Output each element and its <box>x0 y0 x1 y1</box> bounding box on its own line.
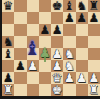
board-square-c3[interactable]: ♟ <box>27 60 39 72</box>
board-square-a8[interactable]: ♛ <box>2 0 14 12</box>
board-square-h7[interactable]: ♟ <box>88 12 100 24</box>
board-square-d2[interactable] <box>39 72 51 84</box>
board-square-f1[interactable] <box>63 84 75 96</box>
white-rook-a1[interactable]: ♜ <box>2 84 14 96</box>
board-square-c1[interactable] <box>27 84 39 96</box>
board-square-b8[interactable] <box>14 0 26 12</box>
board-square-g5[interactable] <box>76 36 88 48</box>
black-pawn-f7[interactable]: ♟ <box>63 12 75 24</box>
chess-board[interactable]: ♛♚♝♞♜♟♟♟♟♟♞♝♝♟♟♞♟♟♟♞♟♛♟♟♟♜♚♜ <box>2 0 100 96</box>
black-pawn-e6[interactable]: ♟ <box>51 24 63 36</box>
board-square-h4[interactable] <box>88 48 100 60</box>
black-pawn-g7[interactable]: ♟ <box>76 12 88 24</box>
board-square-c6[interactable] <box>27 24 39 36</box>
white-king-e1[interactable]: ♚ <box>51 84 63 96</box>
board-square-g7[interactable]: ♟ <box>76 12 88 24</box>
board-square-e8[interactable]: ♚ <box>51 0 63 12</box>
white-pawn-g2[interactable]: ♟ <box>76 72 88 84</box>
white-pawn-f2[interactable]: ♟ <box>63 72 75 84</box>
white-rook-h1[interactable]: ♜ <box>88 84 100 96</box>
app-frame: ♛♚♝♞♜♟♟♟♟♟♞♝♝♟♟♞♟♟♟♞♟♛♟♟♟♜♚♜ <box>0 0 100 99</box>
board-square-b3[interactable]: ♟ <box>14 60 26 72</box>
board-square-c7[interactable] <box>27 12 39 24</box>
board-square-b1[interactable] <box>14 84 26 96</box>
board-square-a1[interactable]: ♜ <box>2 84 14 96</box>
black-queen-a8[interactable]: ♛ <box>2 0 14 12</box>
board-square-b2[interactable] <box>14 72 26 84</box>
board-square-d8[interactable] <box>39 0 51 12</box>
board-square-f7[interactable]: ♟ <box>63 12 75 24</box>
board-square-g4[interactable] <box>76 48 88 60</box>
board-square-a4[interactable]: ♝ <box>2 48 14 60</box>
board-square-d6[interactable]: ♟ <box>39 24 51 36</box>
board-square-h1[interactable]: ♜ <box>88 84 100 96</box>
board-square-c4[interactable]: ♝ <box>27 48 39 60</box>
board-square-d1[interactable] <box>39 84 51 96</box>
black-king-e8[interactable]: ♚ <box>51 0 63 12</box>
board-square-c8[interactable] <box>27 0 39 12</box>
black-pawn-d6[interactable]: ♟ <box>39 24 51 36</box>
board-square-b6[interactable] <box>14 24 26 36</box>
board-square-h6[interactable] <box>88 24 100 36</box>
board-square-h5[interactable] <box>88 36 100 48</box>
board-square-f6[interactable] <box>63 24 75 36</box>
board-square-e6[interactable]: ♟ <box>51 24 63 36</box>
black-bishop-a4[interactable]: ♝ <box>2 48 14 60</box>
board-square-g6[interactable] <box>76 24 88 36</box>
white-pawn-c3[interactable]: ♟ <box>27 60 39 72</box>
black-bishop-c4[interactable]: ♝ <box>27 42 39 54</box>
board-square-f2[interactable]: ♟ <box>63 72 75 84</box>
black-pawn-h7[interactable]: ♟ <box>88 12 100 24</box>
board-square-b7[interactable] <box>14 12 26 24</box>
board-square-c2[interactable] <box>27 72 39 84</box>
board-square-g1[interactable] <box>76 84 88 96</box>
black-pawn-b3[interactable]: ♟ <box>14 60 26 72</box>
board-square-g2[interactable]: ♟ <box>76 72 88 84</box>
board-square-a7[interactable] <box>2 12 14 24</box>
board-square-e1[interactable]: ♚ <box>51 84 63 96</box>
